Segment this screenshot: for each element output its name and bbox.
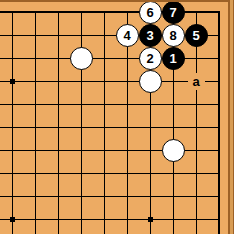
stone-black-5-S18: 5 <box>185 24 208 47</box>
grid-line-horizontal <box>0 150 220 151</box>
board-edge-line-right <box>218 11 220 234</box>
stone-white-Q16 <box>139 70 162 93</box>
move-number: 1 <box>169 52 176 65</box>
move-number: 3 <box>146 29 153 42</box>
move-number: 4 <box>123 29 130 42</box>
move-number: 5 <box>192 29 199 42</box>
stone-white-R13 <box>162 139 185 162</box>
point-label-S16: a <box>188 73 205 90</box>
grid-line-vertical <box>104 11 105 234</box>
move-number: 8 <box>169 29 176 42</box>
grid-line-vertical <box>58 11 59 234</box>
stone-white-8-R18: 8 <box>162 24 185 47</box>
stone-white-4-P18: 4 <box>116 24 139 47</box>
move-number: 2 <box>146 52 153 65</box>
grid-line-horizontal <box>0 219 220 220</box>
grid-line-horizontal <box>0 173 220 174</box>
grid-line-horizontal <box>0 58 220 59</box>
grid-line-horizontal <box>0 196 220 197</box>
board-frame-right-edge <box>228 0 234 234</box>
grid-line-vertical <box>35 11 36 234</box>
stone-black-3-Q18: 3 <box>139 24 162 47</box>
grid-line-vertical <box>81 11 82 234</box>
stone-black-7-R19: 7 <box>162 1 185 24</box>
stone-white-6-Q19: 6 <box>139 1 162 24</box>
board-edge-line-top <box>0 11 220 13</box>
grid-line-horizontal <box>0 127 220 128</box>
stone-white-2-Q17: 2 <box>139 47 162 70</box>
stone-black-1-R17: 1 <box>162 47 185 70</box>
go-board-diagram: 67438521a <box>0 0 234 234</box>
move-number: 6 <box>146 6 153 19</box>
grid-line-horizontal <box>0 104 220 105</box>
star-point-Q10 <box>148 217 153 222</box>
star-point-K16 <box>10 79 15 84</box>
board-frame-top-edge <box>0 0 234 2</box>
star-point-K10 <box>10 217 15 222</box>
grid-line-vertical <box>12 11 13 234</box>
stone-white-N17 <box>70 47 93 70</box>
move-number: 7 <box>169 6 176 19</box>
